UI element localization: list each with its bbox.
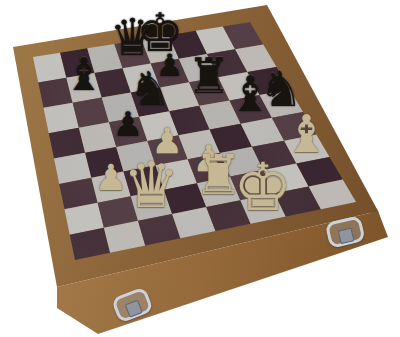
chess-set-photo: ♚♛♟♝♜♞♞♝♟♝♟♟♟♜♛♚ — [0, 0, 400, 337]
piece-black-pawn-c5[interactable]: ♟ — [113, 107, 143, 141]
piece-black-rook-f6[interactable]: ♜ — [187, 52, 231, 101]
piece-white-queen-c2[interactable]: ♛ — [123, 154, 179, 217]
piece-white-king-f1[interactable]: ♚ — [233, 155, 292, 221]
piece-black-queen-d8[interactable]: ♛ — [109, 12, 155, 63]
piece-black-bishop-g5[interactable]: ♝ — [228, 70, 272, 119]
piece-black-bishop-b7[interactable]: ♝ — [64, 52, 104, 97]
